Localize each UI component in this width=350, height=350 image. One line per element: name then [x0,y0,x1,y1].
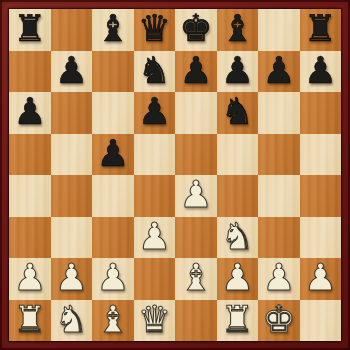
piece-black-pawn-e7: ♟ [179,52,212,89]
square-d2[interactable] [134,258,176,300]
square-e5[interactable] [175,134,217,176]
piece-white-knight-f3: ♞ [221,218,254,255]
square-f2[interactable]: ♟ [217,258,259,300]
piece-black-pawn-c5: ♟ [96,135,129,172]
piece-black-knight-f6: ♞ [221,93,254,130]
square-c6[interactable] [92,92,134,134]
square-c3[interactable] [92,217,134,259]
square-g7[interactable]: ♟ [258,51,300,93]
piece-white-queen-d1: ♛ [138,301,171,338]
square-e7[interactable]: ♟ [175,51,217,93]
square-b5[interactable] [51,134,93,176]
square-d5[interactable] [134,134,176,176]
piece-white-pawn-a2: ♟ [13,259,46,296]
piece-black-pawn-f7: ♟ [221,52,254,89]
piece-white-pawn-c2: ♟ [96,259,129,296]
square-d3[interactable]: ♟ [134,217,176,259]
square-a5[interactable] [9,134,51,176]
piece-white-rook-f1: ♜ [221,301,254,338]
square-c2[interactable]: ♟ [92,258,134,300]
square-h7[interactable]: ♟ [300,51,342,93]
square-d1[interactable]: ♛ [134,300,176,342]
square-a2[interactable]: ♟ [9,258,51,300]
piece-white-pawn-g2: ♟ [262,259,295,296]
square-b3[interactable] [51,217,93,259]
piece-black-bishop-c8: ♝ [96,10,129,47]
square-c8[interactable]: ♝ [92,9,134,51]
piece-white-pawn-d3: ♟ [138,218,171,255]
square-d8[interactable]: ♛ [134,9,176,51]
piece-white-pawn-b2: ♟ [55,259,88,296]
square-a8[interactable]: ♜ [9,9,51,51]
chess-board: ♜♝♛♚♝♜♟♞♟♟♟♟♟♟♞♟♟♟♞♟♟♟♝♟♟♟♜♞♝♛♜♚ [9,9,341,341]
square-h8[interactable]: ♜ [300,9,342,51]
piece-black-pawn-g7: ♟ [262,52,295,89]
square-g8[interactable] [258,9,300,51]
piece-white-rook-a1: ♜ [13,301,46,338]
piece-black-pawn-h7: ♟ [304,52,337,89]
square-h4[interactable] [300,175,342,217]
square-g4[interactable] [258,175,300,217]
square-e2[interactable]: ♝ [175,258,217,300]
square-g1[interactable]: ♚ [258,300,300,342]
board-frame: ♜♝♛♚♝♜♟♞♟♟♟♟♟♟♞♟♟♟♞♟♟♟♝♟♟♟♜♞♝♛♜♚ [0,0,350,350]
piece-black-queen-d8: ♛ [138,10,171,47]
piece-black-pawn-d6: ♟ [138,93,171,130]
square-b2[interactable]: ♟ [51,258,93,300]
square-c1[interactable]: ♝ [92,300,134,342]
square-f5[interactable] [217,134,259,176]
piece-black-rook-h8: ♜ [304,10,337,47]
square-f3[interactable]: ♞ [217,217,259,259]
piece-white-king-g1: ♚ [262,301,295,338]
square-f1[interactable]: ♜ [217,300,259,342]
square-a4[interactable] [9,175,51,217]
square-a3[interactable] [9,217,51,259]
square-e1[interactable] [175,300,217,342]
square-h5[interactable] [300,134,342,176]
square-b7[interactable]: ♟ [51,51,93,93]
square-e6[interactable] [175,92,217,134]
piece-black-rook-a8: ♜ [13,10,46,47]
square-c4[interactable] [92,175,134,217]
square-b1[interactable]: ♞ [51,300,93,342]
square-h6[interactable] [300,92,342,134]
square-g6[interactable] [258,92,300,134]
square-a7[interactable] [9,51,51,93]
piece-white-bishop-c1: ♝ [96,301,129,338]
square-b8[interactable] [51,9,93,51]
square-d6[interactable]: ♟ [134,92,176,134]
square-a6[interactable]: ♟ [9,92,51,134]
piece-white-bishop-e2: ♝ [179,259,212,296]
piece-black-king-e8: ♚ [179,10,212,47]
square-f8[interactable]: ♝ [217,9,259,51]
square-f6[interactable]: ♞ [217,92,259,134]
square-h3[interactable] [300,217,342,259]
square-b6[interactable] [51,92,93,134]
piece-black-bishop-f8: ♝ [221,10,254,47]
square-f7[interactable]: ♟ [217,51,259,93]
square-f4[interactable] [217,175,259,217]
square-b4[interactable] [51,175,93,217]
square-c5[interactable]: ♟ [92,134,134,176]
piece-white-pawn-f2: ♟ [221,259,254,296]
piece-white-pawn-e4: ♟ [179,176,212,213]
square-e8[interactable]: ♚ [175,9,217,51]
piece-white-pawn-h2: ♟ [304,259,337,296]
square-g5[interactable] [258,134,300,176]
square-d4[interactable] [134,175,176,217]
square-d7[interactable]: ♞ [134,51,176,93]
piece-black-pawn-a6: ♟ [13,93,46,130]
square-e3[interactable] [175,217,217,259]
piece-black-pawn-b7: ♟ [55,52,88,89]
square-a1[interactable]: ♜ [9,300,51,342]
square-g3[interactable] [258,217,300,259]
square-g2[interactable]: ♟ [258,258,300,300]
piece-black-knight-d7: ♞ [138,52,171,89]
piece-white-knight-b1: ♞ [55,301,88,338]
square-c7[interactable] [92,51,134,93]
square-h1[interactable] [300,300,342,342]
square-h2[interactable]: ♟ [300,258,342,300]
square-e4[interactable]: ♟ [175,175,217,217]
